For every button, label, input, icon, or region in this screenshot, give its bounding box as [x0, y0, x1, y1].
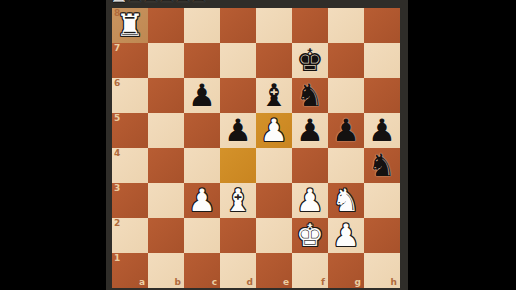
square-a8[interactable]: 8♜ [112, 8, 148, 43]
square-a1[interactable]: 1a [112, 253, 148, 288]
black-king-f7[interactable]: ♚ [292, 43, 328, 78]
square-g2[interactable]: ♟ [328, 218, 364, 253]
square-e2[interactable] [256, 218, 292, 253]
rank-label-5: 5 [114, 114, 120, 123]
black-pawn-c6[interactable]: ♟ [184, 78, 220, 113]
square-b6[interactable] [148, 78, 184, 113]
square-e3[interactable] [256, 183, 292, 218]
square-e6[interactable]: ♝ [256, 78, 292, 113]
square-h2[interactable] [364, 218, 400, 253]
square-f8[interactable] [292, 8, 328, 43]
black-pawn-f5[interactable]: ♟ [292, 113, 328, 148]
white-knight-g3[interactable]: ♞ [328, 183, 364, 218]
square-a3[interactable]: 3 [112, 183, 148, 218]
white-rook-a8[interactable]: ♜ [112, 8, 148, 43]
file-label-c: c [212, 278, 217, 287]
square-c6[interactable]: ♟ [184, 78, 220, 113]
rank-label-3: 3 [114, 184, 120, 193]
file-label-f: f [321, 278, 325, 287]
square-h5[interactable]: ♟ [364, 113, 400, 148]
square-h7[interactable] [364, 43, 400, 78]
black-pawn-d5[interactable]: ♟ [220, 113, 256, 148]
square-d7[interactable] [220, 43, 256, 78]
square-e5[interactable]: ♟ [256, 113, 292, 148]
square-b2[interactable] [148, 218, 184, 253]
square-f3[interactable]: ♟ [292, 183, 328, 218]
square-g1[interactable]: g [328, 253, 364, 288]
file-label-e: e [283, 278, 289, 287]
video-frame-background: { "game": "chess", "position": { "fen": … [0, 0, 516, 290]
white-pawn-e5[interactable]: ♟ [256, 113, 292, 148]
square-d6[interactable] [220, 78, 256, 113]
black-tray-piece-icon: ♜ [190, 0, 208, 5]
square-d8[interactable] [220, 8, 256, 43]
square-h8[interactable] [364, 8, 400, 43]
rank-label-7: 7 [114, 44, 120, 53]
square-b7[interactable] [148, 43, 184, 78]
square-g7[interactable] [328, 43, 364, 78]
square-f2[interactable]: ♚ [292, 218, 328, 253]
square-e8[interactable] [256, 8, 292, 43]
square-e1[interactable]: e [256, 253, 292, 288]
square-c5[interactable] [184, 113, 220, 148]
square-c7[interactable] [184, 43, 220, 78]
square-f5[interactable]: ♟ [292, 113, 328, 148]
square-c8[interactable] [184, 8, 220, 43]
square-e7[interactable] [256, 43, 292, 78]
black-knight-f6[interactable]: ♞ [292, 78, 328, 113]
square-b5[interactable] [148, 113, 184, 148]
captured-pieces-tray: ♜♜♜♜♜♜ [106, 0, 408, 8]
file-label-g: g [355, 278, 361, 287]
square-c3[interactable]: ♟ [184, 183, 220, 218]
square-f4[interactable] [292, 148, 328, 183]
square-a5[interactable]: 5 [112, 113, 148, 148]
square-g5[interactable]: ♟ [328, 113, 364, 148]
square-f7[interactable]: ♚ [292, 43, 328, 78]
file-label-a: a [139, 278, 145, 287]
file-label-d: d [247, 278, 253, 287]
white-pawn-f3[interactable]: ♟ [292, 183, 328, 218]
square-d2[interactable] [220, 218, 256, 253]
square-a7[interactable]: 7 [112, 43, 148, 78]
square-h3[interactable] [364, 183, 400, 218]
rank-label-1: 1 [114, 254, 120, 263]
square-a6[interactable]: 6 [112, 78, 148, 113]
square-b8[interactable] [148, 8, 184, 43]
square-e4[interactable] [256, 148, 292, 183]
square-b1[interactable]: b [148, 253, 184, 288]
white-pawn-g2[interactable]: ♟ [328, 218, 364, 253]
square-c1[interactable]: c [184, 253, 220, 288]
black-pawn-g5[interactable]: ♟ [328, 113, 364, 148]
rank-label-4: 4 [114, 149, 120, 158]
white-king-f2[interactable]: ♚ [292, 218, 328, 253]
square-a4[interactable]: 4 [112, 148, 148, 183]
square-h1[interactable]: h [364, 253, 400, 288]
file-label-b: b [175, 278, 181, 287]
square-c2[interactable] [184, 218, 220, 253]
square-g8[interactable] [328, 8, 364, 43]
square-h4[interactable]: ♞ [364, 148, 400, 183]
black-pawn-h5[interactable]: ♟ [364, 113, 400, 148]
square-d1[interactable]: d [220, 253, 256, 288]
square-h6[interactable] [364, 78, 400, 113]
square-g3[interactable]: ♞ [328, 183, 364, 218]
chess-board[interactable]: 8♜7♚6♟♝♞5♟♟♟♟♟4♞3♟♝♟♞2♚♟1abcdefgh [112, 8, 400, 288]
rank-label-6: 6 [114, 79, 120, 88]
square-d3[interactable]: ♝ [220, 183, 256, 218]
rank-label-2: 2 [114, 219, 120, 228]
square-d4[interactable] [220, 148, 256, 183]
square-g6[interactable] [328, 78, 364, 113]
square-d5[interactable]: ♟ [220, 113, 256, 148]
square-f6[interactable]: ♞ [292, 78, 328, 113]
white-pawn-c3[interactable]: ♟ [184, 183, 220, 218]
square-a2[interactable]: 2 [112, 218, 148, 253]
square-c4[interactable] [184, 148, 220, 183]
black-bishop-e6[interactable]: ♝ [256, 78, 292, 113]
file-label-h: h [391, 278, 397, 287]
white-bishop-d3[interactable]: ♝ [220, 183, 256, 218]
square-g4[interactable] [328, 148, 364, 183]
black-knight-h4[interactable]: ♞ [364, 148, 400, 183]
square-b4[interactable] [148, 148, 184, 183]
square-f1[interactable]: f [292, 253, 328, 288]
square-b3[interactable] [148, 183, 184, 218]
